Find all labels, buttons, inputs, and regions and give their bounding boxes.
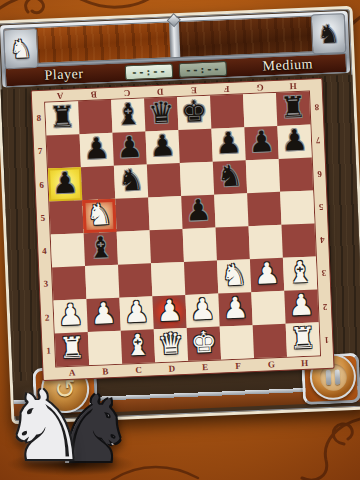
square-c6[interactable]: ♞ [114,164,148,198]
piece-wB-c1: ♝ [124,330,151,360]
square-b2[interactable]: ♟ [86,298,120,332]
square-e8[interactable]: ♚ [177,96,211,130]
piece-bP-g7: ♟ [248,127,275,157]
piece-wN-f3: ♞ [220,260,247,290]
piece-wK-e1: ♚ [190,327,217,357]
black-knight-badge: ♞ [311,13,347,54]
piece-wR-a1: ♜ [58,333,85,363]
piece-bN-c6: ♞ [117,165,144,195]
square-e2[interactable]: ♟ [185,294,219,328]
piece-bP-h7: ♟ [281,125,308,155]
square-d4[interactable] [150,229,184,263]
file-label-bottom-g: G [255,358,289,371]
piece-wN-b5: ♞ [86,199,113,229]
square-b5[interactable]: ♞ [82,199,116,233]
square-c5[interactable] [115,197,149,231]
file-label-bottom-c: C [122,363,156,376]
square-h7[interactable]: ♟ [277,125,311,159]
piece-wP-e2: ♟ [189,294,216,324]
opponent-timer: --:-- [179,60,228,77]
file-label-bottom-h: H [288,356,322,369]
square-a7[interactable] [47,134,81,168]
piece-bB-c8: ♝ [115,99,142,129]
piece-wP-d2: ♟ [156,296,183,326]
rank-label-right-4: 4 [315,223,328,257]
square-c7[interactable]: ♟ [112,131,146,165]
square-a2[interactable]: ♟ [53,299,87,333]
square-e6[interactable] [180,162,214,196]
rank-label-right-8: 8 [310,90,323,124]
square-d8[interactable]: ♛ [144,97,178,131]
square-c8[interactable]: ♝ [111,98,145,132]
square-h2[interactable]: ♟ [284,289,318,323]
square-c1[interactable]: ♝ [121,329,155,363]
piece-bR-h8: ♜ [279,92,306,122]
piece-bP-b7: ♟ [83,133,110,163]
header: ♞ ♞ Player --:-- --:-- Medium [0,11,350,88]
piece-wP-c2: ♟ [123,297,150,327]
piece-bP-e5: ♟ [185,195,212,225]
square-d3[interactable] [151,262,185,296]
square-h6[interactable] [279,158,313,192]
chess-board: ABCDEFGH 87654321 ♜♝♛♚♜♟♟♟♟♟♟♟♞♞♞♟♝♞♟♝♟♟… [31,78,335,381]
square-c2[interactable]: ♟ [119,296,153,330]
opponent-name-label: Medium [230,55,347,76]
square-f6[interactable]: ♞ [213,160,247,194]
square-g5[interactable] [247,192,281,226]
piece-wP-f2: ♟ [222,293,249,323]
square-b3[interactable] [85,265,119,299]
file-label-bottom-e: E [188,360,222,373]
square-f2[interactable]: ♟ [218,292,252,326]
square-c3[interactable] [118,263,152,297]
square-b4[interactable]: ♝ [84,232,118,266]
player-timer: --:-- [125,63,174,80]
square-h3[interactable]: ♝ [283,256,317,290]
square-f8[interactable] [210,94,244,128]
leather-swirl-bottom-right [286,414,360,480]
square-a6[interactable]: ♟ [48,167,82,201]
square-a3[interactable] [52,266,86,300]
square-e5[interactable]: ♟ [181,195,215,229]
piece-wP-a2: ♟ [57,300,84,330]
square-b8[interactable] [78,100,112,134]
piece-wQ-d1: ♛ [157,329,184,359]
square-g4[interactable] [249,225,283,259]
piece-bP-f7: ♟ [215,128,242,158]
square-h5[interactable] [280,190,314,224]
square-d1[interactable]: ♛ [154,328,188,362]
white-knight-badge: ♞ [3,28,39,69]
piece-wP-h2: ♟ [288,290,315,320]
rank-label-right-3: 3 [317,256,330,290]
file-label-bottom-d: D [155,362,189,375]
square-b1[interactable] [88,331,122,365]
piece-bB-b4: ♝ [87,232,114,262]
square-e3[interactable] [184,261,218,295]
square-f3[interactable]: ♞ [217,259,251,293]
piece-bN-f6: ♞ [216,161,243,191]
rank-label-right-6: 6 [313,156,326,190]
square-d6[interactable] [147,163,181,197]
square-f4[interactable] [216,226,250,260]
square-g2[interactable] [251,291,285,325]
piece-bR-a8: ♜ [49,102,76,132]
white-knight-figurine: ♞ [2,378,88,474]
square-g8[interactable] [243,93,277,127]
square-f5[interactable] [214,193,248,227]
piece-wP-b2: ♟ [90,298,117,328]
piece-bP-d7: ♟ [149,131,176,161]
square-c4[interactable] [117,230,151,264]
piece-bP-a6: ♟ [51,168,78,198]
rank-label-right-2: 2 [318,289,331,323]
piece-wB-h3: ♝ [286,257,313,287]
piece-bP-c7: ♟ [116,132,143,162]
black-knight-icon: ♞ [317,21,340,47]
square-a8[interactable]: ♜ [45,101,79,135]
square-d5[interactable] [148,196,182,230]
board-squares: ♜♝♛♚♜♟♟♟♟♟♟♟♞♞♞♟♝♞♟♝♟♟♟♟♟♟♟♜♝♛♚♜ [44,91,321,368]
white-knight-icon: ♞ [9,36,32,62]
board-zone: ABCDEFGH 87654321 ♜♝♛♚♜♟♟♟♟♟♟♟♞♞♞♟♝♞♟♝♟♟… [1,75,360,381]
chess-app-screen: { "game": "chess", "position": { "fen": … [0,0,360,480]
rank-label-right-5: 5 [314,190,327,224]
square-g6[interactable] [246,159,280,193]
square-e7[interactable] [178,129,212,163]
square-g7[interactable]: ♟ [244,126,278,160]
square-h8[interactable]: ♜ [276,92,310,126]
game-card: ♞ ♞ Player --:-- --:-- Medium ABCDEFGH 8… [0,6,360,425]
square-h1[interactable]: ♜ [286,322,320,356]
square-d2[interactable]: ♟ [152,295,186,329]
file-label-bottom-f: F [221,359,255,372]
piece-bQ-d8: ♛ [148,98,175,128]
square-g3[interactable]: ♟ [250,258,284,292]
square-e1[interactable]: ♚ [187,327,221,361]
square-b6[interactable] [81,166,115,200]
square-h4[interactable] [281,223,315,257]
piece-bK-e8: ♚ [181,96,208,126]
rank-label-right-7: 7 [311,123,324,157]
square-b7[interactable]: ♟ [80,133,114,167]
square-a1[interactable]: ♜ [55,332,89,366]
square-d7[interactable]: ♟ [145,130,179,164]
square-e4[interactable] [183,228,217,262]
piece-wP-g3: ♟ [253,258,280,288]
piece-wR-h1: ♜ [289,323,316,353]
square-a4[interactable] [51,233,85,267]
rank-label-right-1: 1 [320,323,333,357]
square-g1[interactable] [253,324,287,358]
square-a5[interactable] [49,200,83,234]
square-f1[interactable] [220,325,254,359]
square-f7[interactable]: ♟ [211,127,245,161]
